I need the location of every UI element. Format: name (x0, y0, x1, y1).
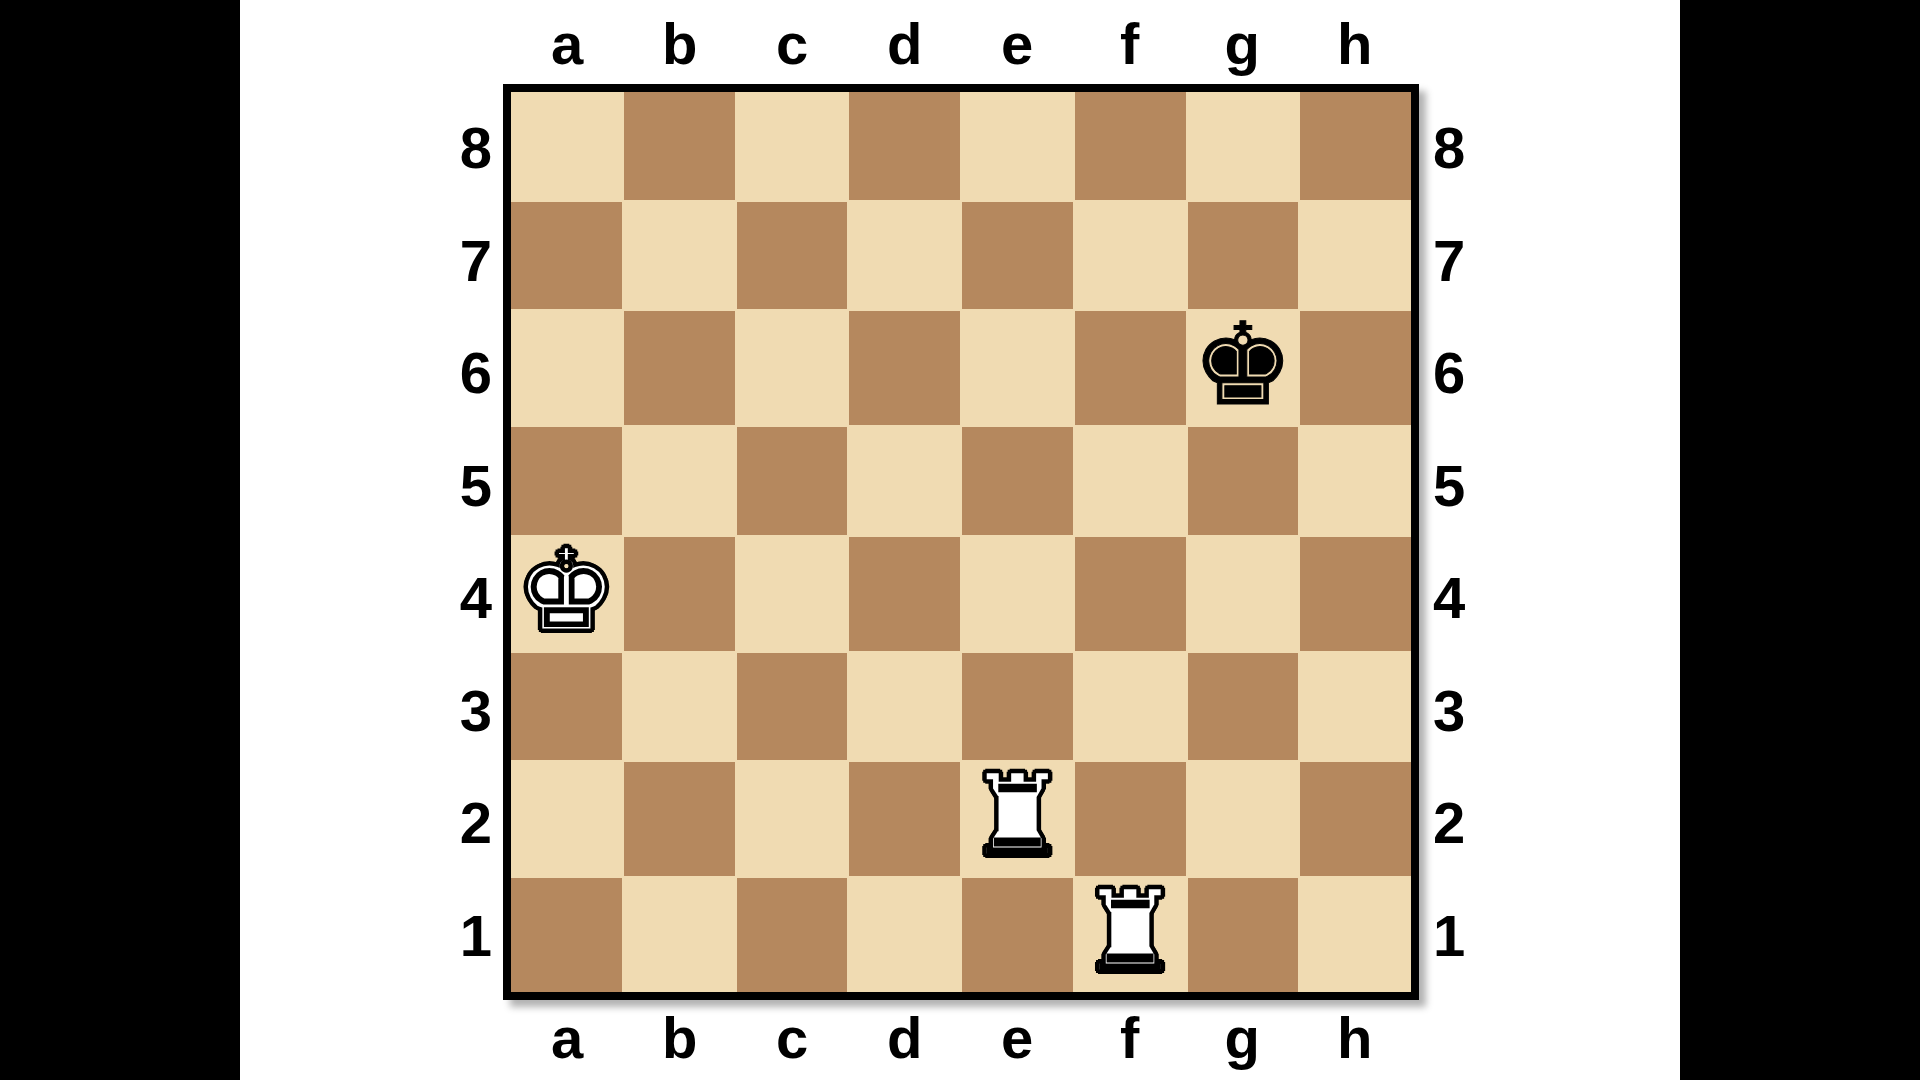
square-b1[interactable] (624, 878, 735, 992)
square-e2[interactable]: ♜ (962, 762, 1073, 876)
square-c1[interactable] (737, 878, 848, 992)
square-h7[interactable] (1300, 202, 1411, 310)
square-e1[interactable] (962, 878, 1073, 992)
square-c2[interactable] (737, 762, 848, 876)
square-b3[interactable] (624, 653, 735, 761)
square-a2[interactable] (511, 762, 622, 876)
square-f8[interactable] (1075, 92, 1186, 200)
square-d8[interactable] (849, 92, 960, 200)
square-e3[interactable] (962, 653, 1073, 761)
square-g6[interactable]: ♚ (1188, 311, 1299, 425)
square-h1[interactable] (1300, 878, 1411, 992)
file-label-f-top: f (1074, 15, 1187, 73)
letterbox-left (0, 0, 240, 1080)
rank-label-8-left: 8 (418, 92, 503, 205)
square-a6[interactable] (511, 311, 622, 425)
rank-label-8-right: 8 (1419, 92, 1504, 205)
file-label-d-bottom: d (849, 1009, 962, 1067)
square-f5[interactable] (1075, 427, 1186, 535)
square-h4[interactable] (1300, 537, 1411, 651)
rank-label-2-right: 2 (1419, 767, 1504, 880)
square-h3[interactable] (1300, 653, 1411, 761)
board-middle-row: 87654321 ♚♚♜♜ 87654321 (418, 84, 1504, 1000)
square-d6[interactable] (849, 311, 960, 425)
square-e4[interactable] (962, 537, 1073, 651)
square-f3[interactable] (1075, 653, 1186, 761)
letterbox-right (1680, 0, 1920, 1080)
file-labels-bottom: abcdefgh (511, 1000, 1411, 1080)
file-label-g-top: g (1186, 15, 1299, 73)
rank-label-3-right: 3 (1419, 655, 1504, 768)
square-d4[interactable] (849, 537, 960, 651)
square-f6[interactable] (1075, 311, 1186, 425)
rank-labels-left: 87654321 (418, 84, 503, 1000)
square-b6[interactable] (624, 311, 735, 425)
rank-labels-right: 87654321 (1419, 84, 1504, 1000)
screen: abcdefgh 87654321 ♚♚♜♜ 87654321 abcdefgh (0, 0, 1920, 1080)
file-label-d-top: d (849, 15, 962, 73)
rank-label-7-right: 7 (1419, 205, 1504, 318)
square-f1[interactable]: ♜ (1075, 878, 1186, 992)
file-label-b-bottom: b (624, 1009, 737, 1067)
square-a5[interactable] (511, 427, 622, 535)
black-king-g6[interactable]: ♚ (1192, 308, 1294, 422)
square-g3[interactable] (1188, 653, 1299, 761)
square-g7[interactable] (1188, 202, 1299, 310)
white-king-a4[interactable]: ♚ (515, 534, 617, 648)
square-a1[interactable] (511, 878, 622, 992)
square-e6[interactable] (962, 311, 1073, 425)
rank-label-1-left: 1 (418, 880, 503, 993)
file-label-h-top: h (1299, 15, 1412, 73)
file-label-g-bottom: g (1186, 1009, 1299, 1067)
file-labels-top: abcdefgh (511, 0, 1411, 84)
file-label-a-bottom: a (511, 1009, 624, 1067)
rank-label-6-right: 6 (1419, 317, 1504, 430)
rank-label-1-right: 1 (1419, 880, 1504, 993)
square-d5[interactable] (849, 427, 960, 535)
square-f7[interactable] (1075, 202, 1186, 310)
file-label-c-bottom: c (736, 1009, 849, 1067)
square-h2[interactable] (1300, 762, 1411, 876)
square-g5[interactable] (1188, 427, 1299, 535)
square-h6[interactable] (1300, 311, 1411, 425)
file-label-e-top: e (961, 15, 1074, 73)
page-background: abcdefgh 87654321 ♚♚♜♜ 87654321 abcdefgh (240, 0, 1680, 1080)
square-d2[interactable] (849, 762, 960, 876)
square-a8[interactable] (511, 92, 622, 200)
file-label-f-bottom: f (1074, 1009, 1187, 1067)
square-g1[interactable] (1188, 878, 1299, 992)
square-a7[interactable] (511, 202, 622, 310)
square-b4[interactable] (624, 537, 735, 651)
square-g4[interactable] (1188, 537, 1299, 651)
rank-label-4-left: 4 (418, 542, 503, 655)
chess-diagram: abcdefgh 87654321 ♚♚♜♜ 87654321 abcdefgh (418, 0, 1504, 1080)
white-rook-e2[interactable]: ♜ (966, 759, 1068, 873)
square-g2[interactable] (1188, 762, 1299, 876)
square-b7[interactable] (624, 202, 735, 310)
white-rook-f1[interactable]: ♜ (1079, 875, 1181, 989)
rank-label-7-left: 7 (418, 205, 503, 318)
square-d1[interactable] (849, 878, 960, 992)
rank-label-5-right: 5 (1419, 430, 1504, 543)
square-d3[interactable] (849, 653, 960, 761)
square-b5[interactable] (624, 427, 735, 535)
file-label-b-top: b (624, 15, 737, 73)
square-f2[interactable] (1075, 762, 1186, 876)
file-label-h-bottom: h (1299, 1009, 1412, 1067)
square-b8[interactable] (624, 92, 735, 200)
rank-label-6-left: 6 (418, 317, 503, 430)
square-a3[interactable] (511, 653, 622, 761)
square-c4[interactable] (737, 537, 848, 651)
square-e8[interactable] (962, 92, 1073, 200)
square-c8[interactable] (737, 92, 848, 200)
square-c5[interactable] (737, 427, 848, 535)
file-label-e-bottom: e (961, 1009, 1074, 1067)
square-a4[interactable]: ♚ (511, 537, 622, 651)
square-c7[interactable] (737, 202, 848, 310)
square-c3[interactable] (737, 653, 848, 761)
square-h5[interactable] (1300, 427, 1411, 535)
rank-label-3-left: 3 (418, 655, 503, 768)
square-g8[interactable] (1188, 92, 1299, 200)
rank-label-5-left: 5 (418, 430, 503, 543)
file-label-a-top: a (511, 15, 624, 73)
square-d7[interactable] (849, 202, 960, 310)
square-h8[interactable] (1300, 92, 1411, 200)
file-label-c-top: c (736, 15, 849, 73)
square-c6[interactable] (737, 311, 848, 425)
chess-board[interactable]: ♚♚♜♜ (503, 84, 1419, 1000)
rank-label-2-left: 2 (418, 767, 503, 880)
square-e7[interactable] (962, 202, 1073, 310)
rank-label-4-right: 4 (1419, 542, 1504, 655)
square-f4[interactable] (1075, 537, 1186, 651)
square-e5[interactable] (962, 427, 1073, 535)
square-b2[interactable] (624, 762, 735, 876)
